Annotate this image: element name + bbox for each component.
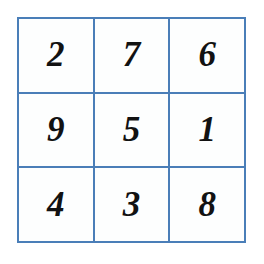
cell-r1c1: 2 [19, 19, 93, 92]
cell-r1c3: 6 [170, 19, 244, 92]
cell-r3c1: 4 [19, 168, 93, 241]
magic-square-board: 2 7 6 9 5 1 4 3 8 [17, 17, 246, 243]
cell-r1c2: 7 [95, 19, 169, 92]
cell-r2c2: 5 [95, 94, 169, 167]
cell-r2c3: 1 [170, 94, 244, 167]
cell-r3c3: 8 [170, 168, 244, 241]
cell-r3c2: 3 [95, 168, 169, 241]
cell-r2c1: 9 [19, 94, 93, 167]
